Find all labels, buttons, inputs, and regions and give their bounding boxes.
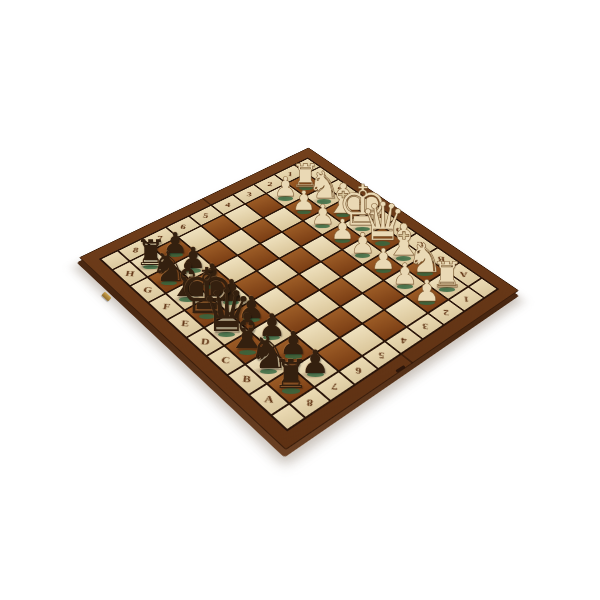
chess-board-3d: HGFEDCBA1122334455667788HGFEDCBA [79, 148, 519, 451]
product-photo-chess-set: HGFEDCBA1122334455667788HGFEDCBA ♜♞♝♛♚♝♞… [0, 0, 600, 600]
board-face: HGFEDCBA1122334455667788HGFEDCBA [79, 148, 519, 451]
perspective-wrapper: HGFEDCBA1122334455667788HGFEDCBA [0, 0, 600, 600]
chess-board-grid: HGFEDCBA1122334455667788HGFEDCBA [99, 157, 500, 431]
